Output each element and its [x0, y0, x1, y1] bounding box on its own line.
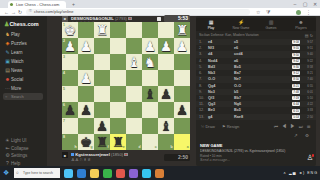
square-g5[interactable]: [78, 86, 94, 102]
tab-title: Live Chess - Chess.com: [16, 2, 59, 7]
minimize-button[interactable]: –: [290, 0, 300, 8]
player-rating: (1850): [111, 152, 123, 157]
square-h5[interactable]: 5: [62, 86, 78, 102]
panel-tab-label: Players: [286, 26, 316, 30]
square-a4[interactable]: [174, 70, 190, 86]
panel-tab-players[interactable]: ☻Players: [286, 18, 316, 31]
sidebar-item-label: Social: [11, 77, 23, 82]
square-e3[interactable]: [110, 54, 126, 70]
square-h3[interactable]: 3: [62, 54, 78, 70]
browser-profile-avatar[interactable]: [296, 10, 301, 15]
sidebar-item-label: Watch: [11, 59, 24, 64]
square-f4[interactable]: [94, 70, 110, 86]
play-tab-icon: ▦: [196, 19, 226, 25]
square-h1[interactable]: 1♚: [62, 22, 78, 38]
play-icon: ♞: [4, 30, 11, 38]
square-h2[interactable]: 2♟: [62, 38, 78, 54]
black-time-label: 2:50: [307, 114, 313, 120]
padlock-icon: ⚿: [29, 9, 32, 15]
social-icon: ☻: [4, 75, 11, 83]
square-b4[interactable]: [158, 70, 174, 86]
sidebar-item-social[interactable]: ☻Social: [4, 75, 46, 83]
new-game-header: NEW GAME: [200, 143, 312, 148]
white-time-badge: 5:53: [292, 115, 300, 119]
search-placeholder: Search: [11, 94, 24, 99]
watch-icon: ▣: [4, 57, 11, 65]
black-bishop[interactable]: ♝: [158, 118, 174, 134]
sidebar-item-news[interactable]: ▤News: [4, 66, 46, 74]
square-b8[interactable]: b: [158, 134, 174, 150]
new-tab-button[interactable]: +: [70, 1, 77, 8]
square-e5[interactable]: [110, 86, 126, 102]
black-pawn[interactable]: ♟: [94, 118, 110, 134]
square-c8[interactable]: c: [142, 134, 158, 150]
square-f6[interactable]: [94, 102, 110, 118]
rank-label: 5: [63, 87, 65, 91]
square-g8[interactable]: g♚: [78, 134, 94, 150]
square-h4[interactable]: 4: [62, 70, 78, 86]
pawn-notification-icon[interactable]: ♙: [307, 154, 313, 162]
taskbar-app-icon-8[interactable]: [155, 169, 164, 178]
white-time-badge: 9:55: [292, 46, 300, 50]
square-d3[interactable]: ♝: [126, 54, 142, 70]
black-rook[interactable]: ♜: [94, 134, 110, 150]
square-h6[interactable]: 6♟: [62, 102, 78, 118]
taskbar-search-icon: ○: [16, 168, 19, 178]
square-c3[interactable]: ♞: [142, 54, 158, 70]
share-settings-icons[interactable]: ↗ ⚙: [294, 133, 312, 138]
sidebar-item-more[interactable]: ⋯More: [4, 84, 46, 92]
square-b3[interactable]: [158, 54, 174, 70]
sidebar-footer-label: Settings: [11, 153, 27, 158]
square-a2[interactable]: ♟: [174, 38, 190, 54]
square-b5[interactable]: ♟: [158, 86, 174, 102]
square-e1[interactable]: [110, 22, 126, 38]
screen: Live Chess - Chess.com + – ▢ ✕ ← → ↻ ⚿ c…: [0, 0, 320, 180]
learn-icon: ✎: [4, 48, 11, 56]
taskbar-app-icon-5[interactable]: [116, 169, 125, 178]
square-b2[interactable]: ♟: [158, 38, 174, 54]
black-pawn[interactable]: ♟: [158, 86, 174, 102]
sidebar-item-puzzles[interactable]: ◈Puzzles: [4, 39, 46, 47]
notification-dot: [312, 154, 315, 157]
sidebar-item-label: More: [11, 86, 21, 91]
windows-taskbar: ❖ ○ Type here to search ∧ ▂▅ ◄) ENG: [0, 166, 320, 180]
player-avatar[interactable]: [62, 152, 68, 158]
black-bishop[interactable]: ♝: [142, 86, 158, 102]
white-rook[interactable]: ♜: [174, 22, 190, 38]
white-pawn[interactable]: ♟: [174, 38, 190, 54]
square-f3[interactable]: [94, 54, 110, 70]
square-d7[interactable]: [126, 118, 142, 134]
close-button[interactable]: ✕: [310, 0, 320, 8]
square-g2[interactable]: ♟: [78, 38, 94, 54]
puzzles-icon: ◈: [4, 39, 11, 47]
rank-label: 7: [63, 119, 65, 123]
square-a3[interactable]: [174, 54, 190, 70]
square-a8[interactable]: a: [174, 134, 190, 150]
search-icon: ○: [5, 93, 7, 100]
square-b7[interactable]: ♝: [158, 118, 174, 134]
square-e6[interactable]: [110, 102, 126, 118]
square-a5[interactable]: [174, 86, 190, 102]
sidebar-footer-label: Collapse: [11, 146, 29, 151]
player-clock: 2:50: [164, 154, 190, 161]
taskbar-search-input[interactable]: ○ Type here to search: [14, 168, 60, 178]
browser-tabstrip: Live Chess - Chess.com + – ▢ ✕: [0, 0, 320, 8]
sidebar-footer-label: Help: [11, 161, 20, 166]
move-number: 13.: [199, 114, 204, 120]
black-pawn[interactable]: ♟: [174, 102, 190, 118]
black-rook[interactable]: ♜: [110, 134, 126, 150]
white-time-badge: 9:30: [292, 65, 300, 69]
square-c5[interactable]: ♝: [142, 86, 158, 102]
white-bishop[interactable]: ♝: [126, 54, 142, 70]
move-list[interactable]: 1.e4c59:589:572.Nf3e69:559:513.d4cxd49:5…: [196, 39, 316, 120]
square-e4[interactable]: [110, 70, 126, 86]
square-g1[interactable]: [78, 22, 94, 38]
clock-icon: [157, 17, 161, 21]
panel-tab-play[interactable]: ▦Play: [196, 18, 226, 31]
reload-icon[interactable]: ↻: [18, 8, 22, 16]
start-button-icon[interactable]: ❖: [3, 169, 11, 177]
white-time-badge: 9:50: [292, 53, 300, 57]
square-h8[interactable]: 8h: [62, 134, 78, 150]
square-g3[interactable]: [78, 54, 94, 70]
chess-board[interactable]: 1♚♜♜2♟♟♟♟♟3♝♞4♟5♝♟6♟♟♟7♟♝8hg♚f♜e♜dcba: [62, 22, 190, 150]
square-e8[interactable]: e♜: [110, 134, 126, 150]
extensions-icon[interactable]: ⧩: [266, 8, 270, 16]
more-icon: ⋯: [4, 84, 11, 92]
logo-text: Chess.com: [9, 21, 38, 27]
taskbar-app-icon-7[interactable]: [142, 169, 151, 178]
square-f5[interactable]: [94, 86, 110, 102]
sidebar-item-label: Learn: [11, 50, 23, 55]
taskbar-app-icon-1[interactable]: [64, 169, 73, 178]
square-d6[interactable]: [126, 102, 142, 118]
square-e2[interactable]: [110, 38, 126, 54]
opening-book-icon[interactable]: ▤ ↻: [305, 33, 313, 38]
url-bar[interactable]: ⚿ chess.com/play/online: [26, 9, 250, 15]
white-pawn[interactable]: ♟: [142, 38, 158, 54]
sidebar-item-label: Puzzles: [11, 41, 27, 46]
sidebar-item-learn[interactable]: ✎Learn: [4, 48, 46, 56]
black-pawn[interactable]: ♟: [62, 102, 78, 118]
white-pawn[interactable]: ♟: [78, 70, 94, 86]
new-game-tab-icon: ⚡: [226, 19, 256, 25]
square-c6[interactable]: [142, 102, 158, 118]
square-c7[interactable]: [142, 118, 158, 134]
panel-tab-label: Games: [256, 26, 286, 30]
square-g6[interactable]: ♟: [78, 102, 94, 118]
black-king[interactable]: ♚: [78, 134, 94, 150]
square-d8[interactable]: d: [126, 134, 142, 150]
square-h7[interactable]: 7: [62, 118, 78, 134]
system-tray[interactable]: ∧ ▂▅ ◄) ENG: [283, 166, 318, 180]
square-c2[interactable]: ♟: [142, 38, 158, 54]
opponent-rating: (2793): [115, 16, 127, 21]
white-time-badge: 9:58: [292, 40, 300, 44]
draw-button[interactable]: ½ Draw: [201, 122, 215, 131]
chesscom-logo[interactable]: ♟Chess.com: [4, 20, 39, 27]
file-label: c: [155, 145, 157, 149]
taskbar-search-placeholder: Type here to search: [23, 171, 53, 175]
opening-name: Sicilian Defense: Kan, Modern Variation: [199, 33, 299, 38]
sidebar-item-label: Play: [11, 32, 20, 37]
panel-tab-label: Play: [196, 26, 226, 30]
square-b6[interactable]: [158, 102, 174, 118]
url-text: chess.com/play/online: [34, 9, 73, 14]
file-label: b: [171, 145, 173, 149]
move-nav-buttons[interactable]: ⏮ ◀ ▶ ⏭ ☰: [274, 122, 312, 131]
white-move[interactable]: g4: [208, 114, 212, 120]
square-f7[interactable]: ♟: [94, 118, 110, 134]
white-time-badge: 6:15: [292, 109, 300, 113]
news-icon: ▤: [4, 66, 11, 74]
move-row: 13.g4Rae85:532:50: [196, 114, 316, 120]
player-flag-icon: [124, 153, 128, 156]
rank-label: 4: [63, 71, 65, 75]
white-knight[interactable]: ♞: [142, 54, 158, 70]
white-pawn[interactable]: ♟: [158, 38, 174, 54]
square-a1[interactable]: ♜: [174, 22, 190, 38]
square-g4[interactable]: ♟: [78, 70, 94, 86]
games-tab-icon: ▥: [256, 19, 286, 25]
square-a7[interactable]: [174, 118, 190, 134]
sidebar: ♟Chess.com ♞Play◈Puzzles✎Learn▣Watch▤New…: [0, 16, 47, 166]
square-c4[interactable]: [142, 70, 158, 86]
sidebar-item-label: News: [11, 68, 22, 73]
game-controls: ½ Draw ⚑ Resign ⏮ ◀ ▶ ⏭ ☰: [196, 122, 316, 131]
game-panel: ▦Play⚡New Game▥Games☻Players Sicilian De…: [196, 16, 316, 166]
square-f8[interactable]: f♜: [94, 134, 110, 150]
browser-menu-icon[interactable]: ⋮: [306, 8, 311, 16]
chat-input[interactable]: Send a message...: [200, 158, 300, 162]
panel-tabs: ▦Play⚡New Game▥Games☻Players: [196, 18, 316, 31]
maximize-button[interactable]: ▢: [300, 0, 310, 8]
sidebar-item-play[interactable]: ♞Play: [4, 30, 46, 38]
bookmark-star-icon[interactable]: ☆: [256, 8, 260, 16]
panel-tab-label: New Game: [226, 26, 256, 30]
square-d5[interactable]: [126, 86, 142, 102]
white-time-badge: 9:12: [292, 71, 300, 75]
white-time-badge: 8:21: [292, 84, 300, 88]
new-game-players: DESMONDSAGONJIL (2793) vs. Kgstreasureje…: [200, 149, 312, 153]
back-icon[interactable]: ←: [4, 8, 9, 16]
square-d1[interactable]: [126, 22, 142, 38]
white-rook[interactable]: ♜: [94, 22, 110, 38]
square-e7[interactable]: [110, 118, 126, 134]
panel-tab-new-game[interactable]: ⚡New Game: [226, 18, 256, 31]
file-label: h: [75, 145, 77, 149]
taskbar-app-icon-6[interactable]: [129, 169, 138, 178]
taskbar-app-icon-4[interactable]: [103, 169, 112, 178]
black-move[interactable]: Rae8: [234, 114, 243, 120]
new-game-section: NEW GAME DESMONDSAGONJIL (2793) vs. Kgst…: [200, 143, 312, 158]
white-time-badge: 9:42: [292, 59, 300, 63]
file-label: d: [139, 145, 141, 149]
file-label: a: [187, 145, 189, 149]
taskbar-app-icon-2[interactable]: [77, 169, 86, 178]
white-pawn[interactable]: ♟: [62, 38, 78, 54]
square-f1[interactable]: ♜: [94, 22, 110, 38]
panel-tab-games[interactable]: ▥Games: [256, 18, 286, 31]
forward-icon[interactable]: →: [11, 8, 16, 16]
square-d2[interactable]: [126, 38, 142, 54]
sidebar-search-input[interactable]: ○ Search: [3, 93, 43, 100]
square-d4[interactable]: [126, 70, 142, 86]
players-tab-icon: ☻: [286, 19, 316, 25]
white-time-badge: 8:50: [292, 77, 300, 81]
square-g7[interactable]: [78, 118, 94, 134]
taskbar-app-icon-3[interactable]: [90, 169, 99, 178]
square-b1[interactable]: [158, 22, 174, 38]
white-time-badge: 6:44: [292, 102, 300, 106]
square-a6[interactable]: ♟: [174, 102, 190, 118]
black-pawn[interactable]: ♟: [78, 102, 94, 118]
sidebar-footer-label: Light UI: [11, 138, 27, 143]
sidebar-item-watch[interactable]: ▣Watch: [4, 57, 46, 65]
white-king[interactable]: ♚: [62, 22, 78, 38]
taskbar-apps: [64, 169, 164, 178]
player-captured-pieces: ♙♙♘♗♕: [71, 157, 91, 162]
opponent-flag-icon: [128, 17, 132, 20]
white-time-badge: 7:19: [292, 96, 300, 100]
square-f2[interactable]: [94, 38, 110, 54]
square-c1[interactable]: [142, 22, 158, 38]
browser-tab[interactable]: Live Chess - Chess.com: [8, 1, 66, 8]
white-time-badge: 7:48: [292, 90, 300, 94]
rank-label: 8: [63, 135, 65, 139]
resign-button[interactable]: ⚑ Resign: [222, 122, 239, 131]
white-pawn[interactable]: ♟: [78, 38, 94, 54]
favicon-icon: [10, 3, 13, 6]
rank-label: 3: [63, 55, 65, 59]
